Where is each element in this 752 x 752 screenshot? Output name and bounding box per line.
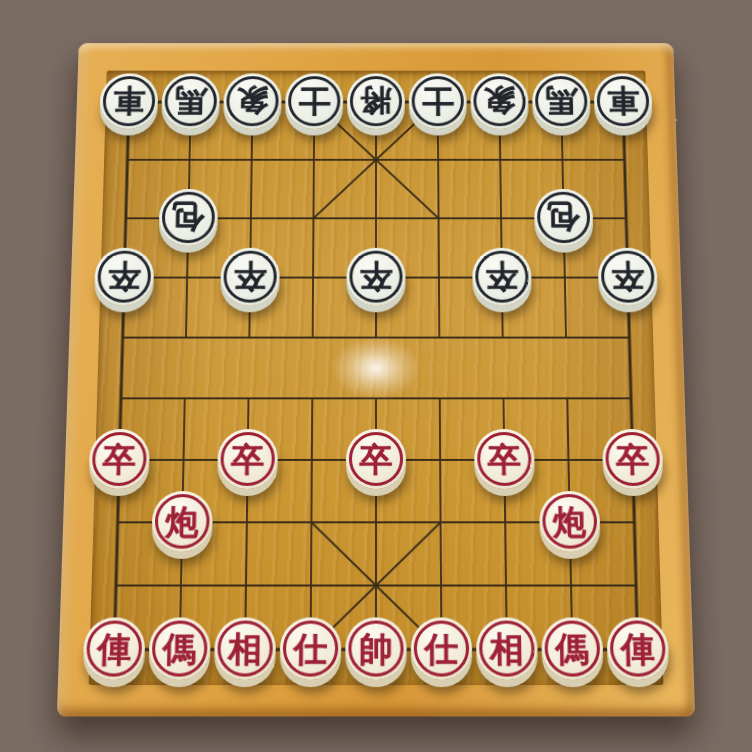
red-horse[interactable]: 傌 (148, 617, 211, 679)
piece-glyph: 卒 (359, 442, 392, 475)
piece-ring: 士 (288, 76, 340, 126)
piece-glyph: 卒 (234, 261, 267, 293)
piece-glyph: 卒 (231, 442, 265, 475)
black-cannon[interactable]: 包 (534, 189, 594, 246)
piece-glyph: 士 (298, 86, 330, 117)
piece-glyph: 卒 (360, 261, 393, 293)
xiangqi-board: 車馬象士將士象馬車包包卒卒卒卒卒卒卒卒卒卒炮炮俥傌相仕帥仕相傌俥 (57, 43, 695, 716)
piece-ring: 炮 (542, 494, 598, 549)
piece-ring: 相 (217, 621, 273, 677)
piece-glyph: 卒 (102, 442, 136, 475)
black-elephant[interactable]: 象 (223, 73, 282, 129)
piece-ring: 俥 (86, 621, 143, 677)
piece-ring: 傌 (544, 621, 600, 677)
piece-glyph: 帥 (359, 631, 393, 665)
red-soldier[interactable]: 卒 (217, 429, 278, 489)
piece-glyph: 俥 (97, 631, 132, 665)
piece-ring: 卒 (223, 251, 277, 303)
piece-glyph: 仕 (424, 631, 458, 665)
red-advisor[interactable]: 仕 (411, 617, 473, 679)
photo-scene: 車馬象士將士象馬車包包卒卒卒卒卒卒卒卒卒卒炮炮俥傌相仕帥仕相傌俥 (0, 0, 752, 752)
pieces-layer: 車馬象士將士象馬車包包卒卒卒卒卒卒卒卒卒卒炮炮俥傌相仕帥仕相傌俥 (114, 102, 638, 650)
piece-ring: 包 (537, 192, 591, 243)
red-cannon[interactable]: 炮 (539, 491, 601, 552)
piece-glyph: 卒 (108, 261, 141, 293)
red-elephant[interactable]: 相 (214, 617, 276, 679)
piece-ring: 馬 (535, 76, 588, 126)
black-soldier[interactable]: 卒 (598, 248, 659, 306)
black-advisor[interactable]: 士 (409, 73, 467, 129)
piece-glyph: 包 (547, 202, 580, 233)
black-chariot[interactable]: 車 (99, 73, 158, 129)
piece-glyph: 象 (483, 86, 515, 117)
piece-glyph: 車 (113, 86, 146, 117)
black-cannon[interactable]: 包 (158, 189, 218, 246)
piece-ring: 帥 (348, 621, 403, 677)
piece-glyph: 卒 (611, 261, 644, 293)
piece-glyph: 馬 (174, 86, 206, 117)
piece-ring: 傌 (151, 621, 207, 677)
piece-ring: 卒 (477, 432, 532, 486)
piece-glyph: 仕 (294, 631, 328, 665)
piece-ring: 卒 (220, 432, 275, 486)
piece-glyph: 俥 (620, 631, 655, 665)
piece-ring: 車 (102, 76, 155, 126)
piece-ring: 仕 (283, 621, 339, 677)
piece-ring: 炮 (154, 494, 210, 549)
piece-ring: 仕 (414, 621, 470, 677)
black-horse[interactable]: 馬 (532, 73, 591, 129)
piece-ring: 象 (226, 76, 279, 126)
black-chariot[interactable]: 車 (593, 73, 652, 129)
piece-ring: 包 (161, 192, 215, 243)
black-soldier[interactable]: 卒 (94, 248, 155, 306)
piece-glyph: 傌 (162, 631, 196, 665)
piece-ring: 象 (473, 76, 526, 126)
board-surface: 車馬象士將士象馬車包包卒卒卒卒卒卒卒卒卒卒炮炮俥傌相仕帥仕相傌俥 (89, 71, 664, 685)
piece-glyph: 相 (490, 631, 524, 665)
piece-ring: 馬 (164, 76, 217, 126)
piece-ring: 卒 (97, 251, 151, 303)
black-soldier[interactable]: 卒 (346, 248, 405, 306)
piece-glyph: 士 (422, 86, 454, 117)
black-advisor[interactable]: 士 (285, 73, 343, 129)
piece-glyph: 卒 (485, 261, 518, 293)
piece-glyph: 炮 (165, 505, 199, 538)
red-elephant[interactable]: 相 (476, 617, 538, 679)
red-soldier[interactable]: 卒 (346, 429, 406, 489)
red-chariot[interactable]: 俥 (83, 617, 146, 679)
piece-glyph: 相 (228, 631, 262, 665)
piece-glyph: 包 (172, 202, 205, 233)
piece-ring: 卒 (92, 432, 148, 486)
red-general[interactable]: 帥 (345, 617, 407, 679)
piece-glyph: 卒 (616, 442, 650, 475)
piece-ring: 卒 (475, 251, 529, 303)
red-cannon[interactable]: 炮 (151, 491, 213, 552)
black-soldier[interactable]: 卒 (220, 248, 280, 306)
piece-glyph: 象 (236, 86, 268, 117)
piece-ring: 卒 (605, 432, 661, 486)
red-advisor[interactable]: 仕 (280, 617, 342, 679)
red-soldier[interactable]: 卒 (474, 429, 535, 489)
black-elephant[interactable]: 象 (470, 73, 529, 129)
piece-glyph: 卒 (488, 442, 522, 475)
piece-glyph: 傌 (555, 631, 589, 665)
piece-glyph: 炮 (553, 505, 587, 538)
piece-ring: 士 (412, 76, 464, 126)
piece-ring: 相 (479, 621, 535, 677)
piece-glyph: 將 (360, 86, 392, 117)
black-horse[interactable]: 馬 (161, 73, 220, 129)
piece-glyph: 馬 (545, 86, 577, 117)
piece-ring: 卒 (601, 251, 655, 303)
black-general[interactable]: 將 (347, 73, 405, 129)
piece-glyph: 車 (607, 86, 640, 117)
piece-ring: 車 (596, 76, 649, 126)
red-horse[interactable]: 傌 (541, 617, 604, 679)
black-soldier[interactable]: 卒 (472, 248, 532, 306)
red-chariot[interactable]: 俥 (606, 617, 669, 679)
piece-ring: 將 (350, 76, 402, 126)
piece-ring: 卒 (349, 432, 403, 486)
piece-ring: 卒 (349, 251, 402, 303)
piece-ring: 俥 (609, 621, 666, 677)
red-soldier[interactable]: 卒 (88, 429, 150, 489)
red-soldier[interactable]: 卒 (602, 429, 664, 489)
